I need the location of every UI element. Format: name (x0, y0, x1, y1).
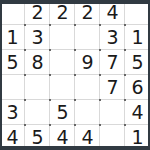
cell-r4c1[interactable] (0, 75, 25, 100)
cell-r2c3[interactable] (50, 25, 75, 50)
cell-r3c2[interactable]: 8 (25, 50, 50, 75)
cell-r3c1[interactable]: 5 (0, 50, 25, 75)
cell-r4c3[interactable] (50, 75, 75, 100)
cell-r2c1[interactable]: 1 (0, 25, 25, 50)
cell-r1c3[interactable]: 2 (50, 0, 75, 25)
cell-r2c6[interactable]: 1 (125, 25, 150, 50)
cell-r5c5[interactable] (100, 100, 125, 125)
mosaic-board: 22241331589757635445441 (0, 0, 150, 150)
cell-r5c6[interactable]: 4 (125, 100, 150, 125)
cell-r4c2[interactable] (25, 75, 50, 100)
cell-r2c5[interactable]: 3 (100, 25, 125, 50)
cell-r3c6[interactable]: 5 (125, 50, 150, 75)
cell-r2c4[interactable] (75, 25, 100, 50)
cell-r6c1[interactable]: 4 (0, 125, 25, 150)
cell-r3c5[interactable]: 7 (100, 50, 125, 75)
cell-r3c4[interactable]: 9 (75, 50, 100, 75)
cell-r1c5[interactable]: 4 (100, 0, 125, 25)
cell-r2c2[interactable]: 3 (25, 25, 50, 50)
cell-r3c3[interactable] (50, 50, 75, 75)
cell-r1c2[interactable]: 2 (25, 0, 50, 25)
cell-r4c5[interactable]: 7 (100, 75, 125, 100)
cell-r5c4[interactable] (75, 100, 100, 125)
cell-r4c6[interactable]: 6 (125, 75, 150, 100)
cell-r5c2[interactable] (25, 100, 50, 125)
cell-r6c4[interactable]: 4 (75, 125, 100, 150)
cell-r6c6[interactable]: 1 (125, 125, 150, 150)
cell-r5c1[interactable]: 3 (0, 100, 25, 125)
cell-grid: 22241331589757635445441 (0, 0, 150, 150)
cell-r1c1[interactable] (0, 0, 25, 25)
cell-r5c3[interactable]: 5 (50, 100, 75, 125)
cell-r6c2[interactable]: 5 (25, 125, 50, 150)
cell-r1c6[interactable] (125, 0, 150, 25)
cell-r6c5[interactable] (100, 125, 125, 150)
cell-r6c3[interactable]: 4 (50, 125, 75, 150)
cell-r1c4[interactable]: 2 (75, 0, 100, 25)
cell-r4c4[interactable] (75, 75, 100, 100)
